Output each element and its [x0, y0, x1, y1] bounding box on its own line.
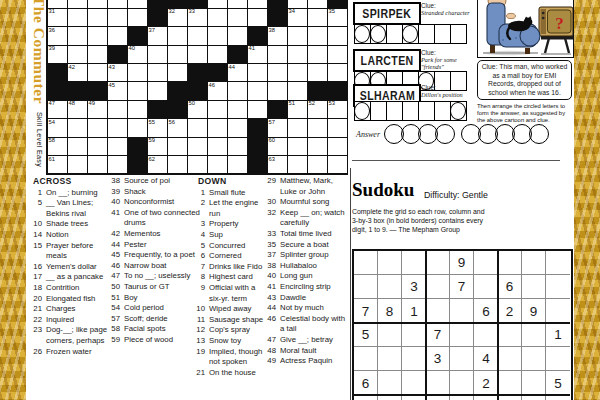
clue-text: Dawdle — [280, 293, 346, 304]
crossword-cell[interactable] — [288, 0, 307, 8]
crossword-black-cell — [68, 82, 87, 99]
crossword-cell[interactable] — [308, 138, 327, 155]
crossword-cell[interactable] — [308, 0, 327, 8]
sudoku-difficulty: Difficulty: Gentle — [424, 190, 488, 200]
crossword-cell[interactable] — [328, 64, 347, 81]
crossword-cell[interactable] — [108, 156, 127, 173]
crossword-cell[interactable] — [228, 9, 247, 26]
sudoku-cell[interactable] — [378, 371, 402, 395]
jumble-letter-row — [355, 24, 467, 44]
sudoku-cell[interactable] — [522, 251, 546, 275]
crossword-cell[interactable]: 41 — [248, 46, 267, 63]
crossword-cell[interactable]: 50 — [188, 101, 207, 118]
crossword-cell[interactable] — [48, 0, 67, 8]
crossword-cell-number: 31 — [49, 9, 55, 15]
crossword-black-cell — [48, 82, 67, 99]
crossword-cell-number: 50 — [189, 101, 195, 107]
crossword-cell[interactable] — [88, 119, 107, 136]
crossword-cell[interactable] — [328, 27, 347, 44]
jumble-letter-box[interactable] — [354, 101, 371, 121]
crossword-cell[interactable] — [168, 46, 187, 63]
crossword-cell[interactable]: 37 — [148, 27, 167, 44]
clue-text: Elongated fish — [46, 294, 110, 305]
clue-item: 20Elongated fish — [27, 294, 110, 305]
clue-item: 33Total time lived — [261, 229, 346, 240]
crossword-cell[interactable]: 33 — [188, 9, 207, 26]
sudoku-cell[interactable] — [378, 251, 402, 275]
sudoku-given-cell: 9 — [450, 251, 474, 275]
crossword-cell[interactable] — [88, 46, 107, 63]
crossword-cell[interactable]: 49 — [88, 101, 107, 118]
clue-number: 12 — [190, 325, 209, 336]
sudoku-cell[interactable] — [522, 323, 546, 347]
clue-text: Concurred — [209, 241, 266, 252]
sudoku-cell[interactable] — [426, 275, 450, 299]
crossword-cell[interactable]: 36 — [48, 27, 67, 44]
crossword-cell[interactable] — [188, 27, 207, 44]
clue-text: Cop's spray — [209, 325, 266, 336]
sudoku-cell[interactable] — [546, 347, 570, 371]
crossword-black-cell — [148, 9, 167, 26]
crossword-cell[interactable] — [308, 119, 327, 136]
crossword-cell[interactable]: 54 — [48, 119, 67, 136]
crossword-cell[interactable] — [108, 119, 127, 136]
crossword-cell[interactable] — [228, 119, 247, 136]
crossword-cell[interactable] — [208, 9, 227, 26]
crossword-cell[interactable] — [328, 46, 347, 63]
clue-item: 1On __; burning — [27, 188, 110, 199]
jumble-answer-circle[interactable] — [435, 124, 455, 144]
crossword-cell[interactable] — [88, 64, 107, 81]
clue-text: Drinks like Fido — [209, 262, 266, 273]
clue-item: 2Let the engine run — [190, 198, 266, 219]
crossword-black-cell — [328, 82, 347, 99]
crossword-cell[interactable]: 59 — [148, 138, 167, 155]
sudoku-cell[interactable] — [522, 275, 546, 299]
sudoku-cell[interactable] — [450, 323, 474, 347]
sudoku-cell[interactable] — [354, 251, 378, 275]
crossword-cell[interactable] — [88, 138, 107, 155]
crossword-cell[interactable] — [168, 138, 187, 155]
sudoku-cell[interactable] — [498, 251, 522, 275]
sudoku-cell[interactable] — [378, 323, 402, 347]
clue-number: 58 — [105, 324, 124, 335]
clue-item: 48Moral fault — [261, 346, 346, 357]
crossword-cell[interactable] — [208, 138, 227, 155]
crossword-cell[interactable] — [148, 46, 167, 63]
jumble-arrange-instructions: Then arrange the circled letters to form… — [477, 103, 571, 124]
jumble-letter-box[interactable] — [402, 24, 419, 44]
crossword-cell[interactable]: 44 — [228, 64, 247, 81]
clue-text: Snow toy — [209, 336, 266, 347]
jumble-letter-box[interactable] — [370, 101, 387, 121]
crossword-cell-number: 57 — [269, 120, 275, 126]
crossword-cell[interactable] — [268, 46, 287, 63]
clue-text: Let the engine run — [209, 198, 266, 219]
sudoku-given-cell: 3 — [426, 347, 450, 371]
crossword-cell[interactable] — [108, 9, 127, 26]
crossword-cell[interactable] — [308, 9, 327, 26]
crossword-cell[interactable] — [308, 64, 327, 81]
crossword-cell[interactable] — [288, 46, 307, 63]
clue-number: 10 — [27, 219, 46, 230]
clue-number: 45 — [105, 250, 124, 261]
crossword-cell-number: 58 — [49, 138, 55, 144]
crossword-cell[interactable] — [248, 9, 267, 26]
clue-column-down-2: 29Matthew, Mark, Luke or John30Mournful … — [261, 176, 346, 367]
sudoku-cell[interactable] — [546, 299, 570, 323]
sudoku-cell[interactable] — [498, 323, 522, 347]
clue-list-header: DOWN — [198, 176, 266, 187]
crossword-cell[interactable]: 47 — [48, 101, 67, 118]
crossword-cell[interactable] — [68, 138, 87, 155]
crossword-cell[interactable]: 32 — [168, 9, 187, 26]
jumble-clue-label: Clue: — [421, 2, 473, 9]
sudoku-bold-line — [354, 322, 570, 324]
cartoon-question-mark: ? — [555, 14, 564, 33]
skill-level-label: Skill Level Easy — [35, 112, 44, 172]
clue-number: 50 — [105, 282, 124, 293]
clue-item: 3Property — [190, 219, 266, 230]
sudoku-cell[interactable] — [474, 275, 498, 299]
clue-item: 19Implied, though not spoken — [190, 347, 266, 368]
sudoku-cell[interactable] — [402, 323, 426, 347]
sudoku-cell[interactable] — [450, 299, 474, 323]
jumble-letter-box[interactable] — [386, 24, 403, 44]
sudoku-cell[interactable] — [450, 371, 474, 395]
sudoku-cell[interactable] — [426, 251, 450, 275]
clue-item: 10Shade trees — [27, 219, 110, 230]
clue-item: 49Actress Paquin — [261, 356, 346, 367]
crossword-cell[interactable] — [248, 101, 267, 118]
crossword-cell[interactable] — [328, 138, 347, 155]
sudoku-given-cell: 2 — [474, 371, 498, 395]
sudoku-cell[interactable] — [522, 371, 546, 395]
crossword-black-cell — [88, 82, 107, 99]
crossword-cell-number: 59 — [149, 138, 155, 144]
crossword-black-cell — [148, 101, 167, 118]
jumble-letter-box[interactable] — [418, 101, 435, 121]
clue-item: 15Prayer before meals — [27, 241, 110, 262]
crossword-black-cell — [308, 82, 327, 99]
clue-item: 17__ as a pancake — [27, 272, 110, 283]
sudoku-cell[interactable] — [546, 251, 570, 275]
sudoku-cell[interactable] — [378, 275, 402, 299]
crossword-cell[interactable] — [268, 64, 287, 81]
clue-item: 11Sausage shape — [190, 315, 266, 326]
crossword-cell[interactable] — [228, 156, 247, 173]
sudoku-cell[interactable] — [354, 275, 378, 299]
crossword-cell-number: 37 — [149, 28, 155, 34]
clue-item: 29Matthew, Mark, Luke or John — [261, 176, 346, 197]
crossword-cell[interactable]: 35 — [328, 9, 347, 26]
crossword-cell[interactable] — [128, 119, 147, 136]
crossword-cell[interactable] — [308, 27, 327, 44]
clue-item: 5__ Van Lines; Bekins rival — [27, 198, 110, 219]
crossword-cell[interactable]: 60 — [268, 138, 287, 155]
clue-text: Cornered — [209, 251, 266, 262]
sudoku-cell[interactable] — [402, 371, 426, 395]
jumble-letter-box[interactable] — [450, 101, 467, 121]
sudoku-cell[interactable] — [426, 299, 450, 323]
clue-text: Official with a six-yr. term — [209, 283, 266, 304]
crossword-cell[interactable]: 34 — [288, 9, 307, 26]
crossword-cell[interactable] — [128, 101, 147, 118]
clue-text: Mournful song — [280, 197, 346, 208]
crossword-cell[interactable] — [208, 0, 227, 8]
crossword-cell[interactable] — [188, 138, 207, 155]
jumble-letter-box[interactable] — [434, 101, 451, 121]
clue-item: 22Inquired — [27, 315, 110, 326]
crossword-cell[interactable] — [228, 27, 247, 44]
crossword-cell[interactable] — [228, 138, 247, 155]
clue-text: Frozen water — [46, 347, 110, 358]
crossword-cell[interactable]: 42 — [68, 64, 87, 81]
clue-number: 6 — [190, 251, 209, 262]
crossword-cell[interactable] — [108, 101, 127, 118]
crossword-cell[interactable] — [128, 0, 147, 8]
crossword-cell[interactable] — [328, 119, 347, 136]
crossword-cell[interactable]: 39 — [48, 46, 67, 63]
crossword-cell-number: 54 — [49, 120, 55, 126]
clue-text: Not by much — [280, 303, 346, 314]
jumble-letter-box[interactable] — [434, 24, 451, 44]
clue-number: 35 — [261, 240, 280, 251]
crossword-cell[interactable] — [68, 119, 87, 136]
crossword-cell[interactable] — [188, 156, 207, 173]
clue-item: 40Long gun — [261, 271, 346, 282]
sudoku-given-cell: 9 — [522, 299, 546, 323]
crossword-cell-number: 41 — [249, 46, 255, 52]
clue-number: 43 — [261, 293, 280, 304]
clue-text: Long gun — [280, 271, 346, 282]
crossword-cell[interactable] — [248, 64, 267, 81]
crossword-cell-number: 61 — [49, 157, 55, 163]
crossword-cell[interactable] — [88, 156, 107, 173]
crossword-black-cell — [188, 0, 207, 8]
crossword-cell[interactable] — [308, 46, 327, 63]
crossword-cell[interactable] — [168, 27, 187, 44]
sudoku-bold-line — [497, 251, 499, 400]
crossword-cell[interactable] — [308, 156, 327, 173]
clue-number: 46 — [105, 261, 124, 272]
crossword-black-cell — [168, 101, 187, 118]
sudoku-grid-clip: 937678162957134625379416 — [352, 249, 573, 400]
jumble-cartoon-clue: Clue: This man, who worked as a mail boy… — [477, 60, 572, 100]
sudoku-cell[interactable] — [402, 347, 426, 371]
crossword-cell[interactable] — [108, 27, 127, 44]
clue-item: 4Sup — [190, 230, 266, 241]
clue-item: 23Dog-__; like page corners, perhaps — [27, 325, 110, 346]
clue-number: 40 — [105, 197, 124, 208]
crossword-cell[interactable] — [128, 9, 147, 26]
crossword-cell[interactable] — [88, 0, 107, 8]
jumble-letter-box[interactable] — [402, 101, 419, 121]
clue-text: Wiped away — [209, 304, 266, 315]
clue-text: Property — [209, 219, 266, 230]
crossword-cell[interactable] — [148, 82, 167, 99]
clue-text: On __; burning — [46, 188, 110, 199]
clue-number: 44 — [261, 303, 280, 314]
crossword-cell[interactable] — [88, 9, 107, 26]
clue-number: 59 — [105, 335, 124, 346]
sudoku-cell[interactable] — [546, 275, 570, 299]
crossword-cell[interactable] — [68, 156, 87, 173]
crossword-cell[interactable] — [68, 46, 87, 63]
sudoku-cell[interactable] — [426, 371, 450, 395]
crossword-cell[interactable] — [248, 82, 267, 99]
cartoon-tv: ? — [539, 7, 573, 53]
crossword-cell[interactable] — [148, 64, 167, 81]
clue-number: 1 — [27, 188, 46, 199]
crossword-cell[interactable] — [228, 0, 247, 8]
crossword-cell[interactable] — [168, 156, 187, 173]
jumble-letter-box[interactable] — [386, 101, 403, 121]
crossword-cell[interactable]: 63 — [268, 156, 287, 173]
crossword-black-cell — [188, 64, 207, 81]
clue-text: Moral fault — [280, 346, 346, 357]
clue-number: 20 — [27, 294, 46, 305]
sudoku-cell[interactable] — [498, 371, 522, 395]
crossword-cell-number: 63 — [269, 157, 275, 163]
jumble-answer-circle[interactable] — [529, 124, 549, 144]
crossword-cell[interactable]: 61 — [48, 156, 67, 173]
crossword-cell[interactable]: 45 — [108, 82, 127, 99]
crossword-cell[interactable] — [268, 82, 287, 99]
crossword-cell[interactable] — [188, 46, 207, 63]
jumble-letter-box[interactable] — [354, 24, 371, 44]
clue-number: 15 — [27, 241, 46, 262]
jumble-answer-label: Answer — [356, 130, 380, 139]
crossword-cell-number: 45 — [109, 83, 115, 89]
clue-number: 41 — [105, 208, 124, 229]
clue-number: 42 — [105, 229, 124, 240]
crossword-cell[interactable] — [208, 46, 227, 63]
sudoku-cell[interactable] — [474, 251, 498, 275]
clue-number: 33 — [261, 229, 280, 240]
crossword-cell[interactable] — [228, 101, 247, 118]
crossword-black-cell — [128, 138, 147, 155]
sudoku-given-cell: 5 — [546, 371, 570, 395]
crossword-cell[interactable]: 52 — [308, 101, 327, 118]
crossword-cell[interactable] — [188, 119, 207, 136]
crossword-cell[interactable] — [128, 64, 147, 81]
crossword-black-cell — [148, 0, 167, 8]
sudoku-cell[interactable] — [522, 347, 546, 371]
clue-item: 14Notion — [27, 230, 110, 241]
crossword-cell[interactable]: 31 — [48, 9, 67, 26]
clue-item: 26Frozen water — [27, 347, 110, 358]
crossword-cell[interactable] — [208, 156, 227, 173]
jumble-letter-box[interactable] — [450, 24, 467, 44]
crossword-cell-number: 38 — [269, 28, 275, 34]
crossword-cell[interactable]: 58 — [48, 138, 67, 155]
clue-item: 12Cop's spray — [190, 325, 266, 336]
crossword-cell[interactable]: 40 — [128, 46, 147, 63]
clue-item: 47Give __; betray — [261, 335, 346, 346]
crossword-cell[interactable] — [128, 82, 147, 99]
clue-text: Celestial body with a tail — [280, 314, 346, 335]
clue-number: 10 — [190, 304, 209, 315]
crossword-black-cell — [168, 0, 187, 8]
jumble-circle-mark — [354, 25, 370, 43]
clue-text: Keep __ on; watch carefully — [280, 208, 346, 229]
jumble-clue-text: Stranded character — [421, 9, 473, 16]
crossword-cell[interactable] — [208, 101, 227, 118]
jumble-scramble-word: SPIRPEK — [353, 2, 421, 25]
jumble-answer-group — [464, 124, 549, 144]
sudoku-cell[interactable] — [498, 347, 522, 371]
clue-text: Highest card — [209, 272, 266, 283]
clue-text: Charges — [46, 304, 110, 315]
crossword-cell[interactable] — [68, 27, 87, 44]
clue-text: Actress Paquin — [280, 356, 346, 367]
clue-number: 51 — [105, 293, 124, 304]
crossword-cell[interactable]: 48 — [68, 101, 87, 118]
crossword-cell[interactable] — [288, 27, 307, 44]
crossword-cell[interactable] — [288, 119, 307, 136]
clue-item: 9Official with a six-yr. term — [190, 283, 266, 304]
jumble-letter-box[interactable] — [418, 24, 435, 44]
crossword-black-cell — [248, 119, 267, 136]
crossword-cell[interactable]: 51 — [288, 101, 307, 118]
crossword-cell[interactable] — [168, 64, 187, 81]
sudoku-cell[interactable] — [354, 347, 378, 371]
crossword-cell[interactable]: 56 — [168, 119, 187, 136]
clue-number: 13 — [190, 336, 209, 347]
crossword-cell[interactable]: 43 — [108, 64, 127, 81]
crossword-cell[interactable] — [288, 64, 307, 81]
crossword-black-cell — [108, 46, 127, 63]
sudoku-cell[interactable] — [402, 251, 426, 275]
sudoku-cell[interactable] — [450, 347, 474, 371]
crossword-cell[interactable] — [208, 119, 227, 136]
jumble-letter-box[interactable] — [370, 24, 387, 44]
sudoku-cell[interactable] — [378, 347, 402, 371]
crossword-cell-number: 42 — [69, 65, 75, 71]
crossword-cell[interactable] — [248, 0, 267, 8]
crossword-cell[interactable] — [288, 156, 307, 173]
crossword-cell[interactable] — [208, 27, 227, 44]
crossword-cell[interactable] — [68, 0, 87, 8]
sudoku-grid: 937678162957134625379416 — [352, 249, 573, 400]
crossword-cell[interactable] — [288, 138, 307, 155]
sudoku-instructions: Complete the grid so each row, column an… — [352, 207, 488, 235]
crossword-cell[interactable] — [88, 27, 107, 44]
crossword-cell[interactable] — [328, 156, 347, 173]
sudoku-given-cell: 1 — [402, 299, 426, 323]
crossword-cell[interactable]: 46 — [208, 82, 227, 99]
crossword-cell[interactable]: 55 — [148, 119, 167, 136]
crossword-black-cell — [248, 138, 267, 155]
clue-number: 47 — [105, 271, 124, 282]
clue-number: 1 — [190, 188, 209, 199]
crossword-cell[interactable]: 53 — [328, 101, 347, 118]
clue-number: 26 — [27, 347, 46, 358]
clue-text: Matthew, Mark, Luke or John — [280, 176, 346, 197]
crossword-cell[interactable]: 57 — [268, 119, 287, 136]
crossword-cell[interactable] — [288, 82, 307, 99]
jumble-cartoon: ? — [477, 0, 574, 58]
crossword-cell[interactable]: 62 — [148, 156, 167, 173]
crossword-cell[interactable] — [68, 9, 87, 26]
sudoku-cell[interactable] — [474, 323, 498, 347]
crossword-cell-number: 32 — [169, 9, 175, 15]
crossword-cell[interactable] — [228, 82, 247, 99]
crossword-cell[interactable]: 38 — [268, 27, 287, 44]
crossword-cell[interactable] — [108, 0, 127, 8]
crossword-cell[interactable] — [108, 138, 127, 155]
